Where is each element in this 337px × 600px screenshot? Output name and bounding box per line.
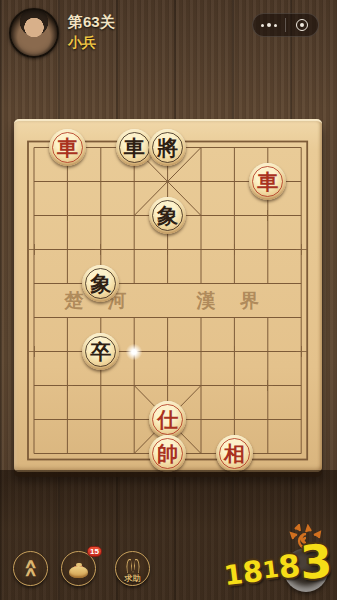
point-marker [62, 380, 73, 391]
more-button[interactable] [253, 14, 285, 36]
point-marker [29, 244, 40, 255]
logo-digit: 1 [261, 556, 280, 584]
logo-digit: 8 [276, 547, 302, 585]
piece-character: 象 [90, 273, 111, 294]
piece-character: 車 [57, 137, 78, 158]
logo-digits: 18183 [220, 530, 330, 596]
opponent-name: 小兵 [68, 34, 96, 52]
player-avatar[interactable] [9, 8, 59, 58]
level-title: 第63关 [68, 13, 115, 32]
piece-character: 相 [224, 443, 245, 464]
reward-bag-button[interactable]: 15 [61, 551, 96, 586]
piece-black-general[interactable]: 將 [149, 129, 186, 166]
more-dots-icon [261, 23, 277, 27]
piece-character: 車 [257, 171, 278, 192]
point-marker [95, 244, 106, 255]
logo-digit: 3 [298, 534, 333, 590]
point-marker [296, 244, 307, 255]
river-label-right: 漢 界 [196, 288, 268, 314]
point-marker [229, 244, 240, 255]
point-marker [262, 210, 273, 221]
praying-hands-icon [125, 559, 141, 574]
target-circle-icon [296, 19, 308, 31]
wechat-capsule [252, 13, 319, 37]
piece-character: 將 [157, 137, 178, 158]
exit-button[interactable] [286, 14, 318, 36]
piece-red-elephant[interactable]: 相 [216, 435, 253, 472]
point-marker [62, 210, 73, 221]
piece-red-advisor[interactable]: 仕 [149, 401, 186, 438]
money-bag-icon [69, 561, 88, 578]
xiangqi-board[interactable]: 楚 河 漢 界 車車將車象象卒仕帥相 [14, 119, 322, 472]
piece-character: 車 [124, 137, 145, 158]
piece-character: 仕 [157, 409, 178, 430]
18183-watermark: 18183 [221, 522, 333, 598]
point-marker [296, 346, 307, 357]
point-marker [29, 346, 40, 357]
point-marker [229, 346, 240, 357]
help-label: 求助 [125, 573, 141, 584]
piece-black-chariot[interactable]: 車 [116, 129, 153, 166]
point-marker [162, 346, 173, 357]
piece-character: 象 [157, 205, 178, 226]
point-marker [262, 380, 273, 391]
piece-red-general[interactable]: 帥 [149, 435, 186, 472]
piece-red-chariot[interactable]: 車 [49, 129, 86, 166]
help-button[interactable]: 求助 [115, 551, 150, 586]
piece-character: 帥 [157, 443, 178, 464]
point-marker [162, 244, 173, 255]
menu-toggle-button[interactable]: ∧∧ [13, 551, 48, 586]
chevron-up-icon: ∧∧ [26, 560, 36, 576]
piece-black-elephant[interactable]: 象 [149, 197, 186, 234]
sparkle-effect [125, 343, 143, 361]
piece-character: 卒 [90, 341, 111, 362]
reward-count-badge: 15 [87, 546, 102, 557]
app-screen: 第63关 小兵 楚 河 漢 界 車車將車象象卒仕帥相 ∧∧ 15 求助 [0, 0, 337, 600]
